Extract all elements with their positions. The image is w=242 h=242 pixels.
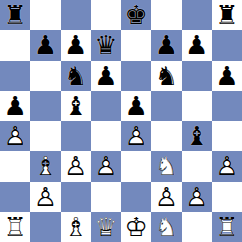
square-g2[interactable]: ♟♙ xyxy=(182,182,212,212)
square-d2[interactable] xyxy=(91,182,121,212)
black-bishop: ♝ xyxy=(182,121,212,151)
square-g8[interactable] xyxy=(182,0,212,30)
piece-glyph: ♘ xyxy=(151,151,181,181)
piece-glyph: ♙ xyxy=(30,182,60,212)
white-pawn: ♟♙ xyxy=(151,182,181,212)
square-e4[interactable]: ♟♙ xyxy=(121,121,151,151)
square-d7[interactable]: ♛ xyxy=(91,30,121,60)
square-b7[interactable]: ♟ xyxy=(30,30,60,60)
square-h3[interactable]: ♟♙ xyxy=(212,151,242,181)
piece-glyph: ♖ xyxy=(0,212,30,242)
black-bishop: ♝ xyxy=(61,91,91,121)
white-king: ♚♔ xyxy=(121,212,151,242)
square-g4[interactable]: ♝ xyxy=(182,121,212,151)
piece-glyph: ♙ xyxy=(151,182,181,212)
white-pawn: ♟♙ xyxy=(121,121,151,151)
piece-glyph: ♖ xyxy=(212,212,242,242)
square-e3[interactable] xyxy=(121,151,151,181)
black-queen: ♛ xyxy=(91,30,121,60)
square-c3[interactable]: ♟♙ xyxy=(61,151,91,181)
square-g5[interactable] xyxy=(182,91,212,121)
black-pawn: ♟ xyxy=(61,30,91,60)
black-king: ♚ xyxy=(121,0,151,30)
square-f5[interactable] xyxy=(151,91,181,121)
square-c1[interactable]: ♝♗ xyxy=(61,212,91,242)
piece-glyph: ♙ xyxy=(182,182,212,212)
square-f8[interactable] xyxy=(151,0,181,30)
square-b4[interactable] xyxy=(30,121,60,151)
chess-board: ♜♚♜♟♟♛♟♟♞♟♞♟♟♝♟♟♙♟♙♝♝♗♟♙♟♙♞♘♟♙♟♙♟♙♟♙♜♖♝♗… xyxy=(0,0,242,242)
piece-glyph: ♛ xyxy=(91,30,121,60)
square-f4[interactable] xyxy=(151,121,181,151)
square-e7[interactable] xyxy=(121,30,151,60)
square-f3[interactable]: ♞♘ xyxy=(151,151,181,181)
square-b6[interactable] xyxy=(30,61,60,91)
square-h6[interactable]: ♟ xyxy=(212,61,242,91)
square-b5[interactable] xyxy=(30,91,60,121)
square-h4[interactable] xyxy=(212,121,242,151)
white-bishop: ♝♗ xyxy=(61,212,91,242)
square-g1[interactable] xyxy=(182,212,212,242)
square-c2[interactable] xyxy=(61,182,91,212)
white-pawn: ♟♙ xyxy=(30,182,60,212)
black-pawn: ♟ xyxy=(30,30,60,60)
piece-glyph: ♙ xyxy=(0,121,30,151)
black-knight: ♞ xyxy=(151,61,181,91)
piece-glyph: ♙ xyxy=(91,151,121,181)
piece-glyph: ♙ xyxy=(121,121,151,151)
square-g6[interactable] xyxy=(182,61,212,91)
piece-glyph: ♞ xyxy=(61,61,91,91)
white-knight: ♞♘ xyxy=(151,212,181,242)
square-a8[interactable]: ♜ xyxy=(0,0,30,30)
piece-glyph: ♟ xyxy=(91,61,121,91)
piece-glyph: ♟ xyxy=(121,91,151,121)
piece-glyph: ♝ xyxy=(182,121,212,151)
square-a2[interactable] xyxy=(0,182,30,212)
white-pawn: ♟♙ xyxy=(0,121,30,151)
square-d5[interactable] xyxy=(91,91,121,121)
white-rook: ♜♖ xyxy=(212,212,242,242)
square-d4[interactable] xyxy=(91,121,121,151)
square-d6[interactable]: ♟ xyxy=(91,61,121,91)
white-queen: ♛♕ xyxy=(91,212,121,242)
piece-glyph: ♕ xyxy=(91,212,121,242)
square-e5[interactable]: ♟ xyxy=(121,91,151,121)
white-bishop: ♝♗ xyxy=(30,151,60,181)
square-f2[interactable]: ♟♙ xyxy=(151,182,181,212)
square-c4[interactable] xyxy=(61,121,91,151)
piece-glyph: ♟ xyxy=(182,30,212,60)
white-pawn: ♟♙ xyxy=(182,182,212,212)
square-b1[interactable] xyxy=(30,212,60,242)
square-f6[interactable]: ♞ xyxy=(151,61,181,91)
square-f7[interactable]: ♟ xyxy=(151,30,181,60)
square-a5[interactable]: ♟ xyxy=(0,91,30,121)
square-a3[interactable] xyxy=(0,151,30,181)
piece-glyph: ♜ xyxy=(212,0,242,30)
square-b2[interactable]: ♟♙ xyxy=(30,182,60,212)
black-pawn: ♟ xyxy=(0,91,30,121)
piece-glyph: ♗ xyxy=(61,212,91,242)
square-c8[interactable] xyxy=(61,0,91,30)
square-c5[interactable]: ♝ xyxy=(61,91,91,121)
white-pawn: ♟♙ xyxy=(91,151,121,181)
black-pawn: ♟ xyxy=(151,30,181,60)
square-d8[interactable] xyxy=(91,0,121,30)
square-h7[interactable] xyxy=(212,30,242,60)
square-a7[interactable] xyxy=(0,30,30,60)
piece-glyph: ♟ xyxy=(61,30,91,60)
piece-glyph: ♟ xyxy=(151,30,181,60)
piece-glyph: ♙ xyxy=(212,151,242,181)
piece-glyph: ♔ xyxy=(121,212,151,242)
piece-glyph: ♚ xyxy=(121,0,151,30)
black-rook: ♜ xyxy=(212,0,242,30)
square-a6[interactable] xyxy=(0,61,30,91)
white-rook: ♜♖ xyxy=(0,212,30,242)
square-g7[interactable]: ♟ xyxy=(182,30,212,60)
piece-glyph: ♗ xyxy=(30,151,60,181)
white-pawn: ♟♙ xyxy=(61,151,91,181)
square-c7[interactable]: ♟ xyxy=(61,30,91,60)
white-pawn: ♟♙ xyxy=(212,151,242,181)
piece-glyph: ♟ xyxy=(0,91,30,121)
square-c6[interactable]: ♞ xyxy=(61,61,91,91)
piece-glyph: ♟ xyxy=(30,30,60,60)
piece-glyph: ♞ xyxy=(151,61,181,91)
square-b3[interactable]: ♝♗ xyxy=(30,151,60,181)
square-d1[interactable]: ♛♕ xyxy=(91,212,121,242)
square-h8[interactable]: ♜ xyxy=(212,0,242,30)
square-a1[interactable]: ♜♖ xyxy=(0,212,30,242)
black-knight: ♞ xyxy=(61,61,91,91)
black-pawn: ♟ xyxy=(121,91,151,121)
piece-glyph: ♙ xyxy=(61,151,91,181)
square-g3[interactable] xyxy=(182,151,212,181)
square-e8[interactable]: ♚ xyxy=(121,0,151,30)
black-pawn: ♟ xyxy=(91,61,121,91)
square-d3[interactable]: ♟♙ xyxy=(91,151,121,181)
piece-glyph: ♟ xyxy=(212,61,242,91)
square-h5[interactable] xyxy=(212,91,242,121)
black-rook: ♜ xyxy=(0,0,30,30)
piece-glyph: ♜ xyxy=(0,0,30,30)
piece-glyph: ♝ xyxy=(61,91,91,121)
square-e1[interactable]: ♚♔ xyxy=(121,212,151,242)
black-pawn: ♟ xyxy=(212,61,242,91)
square-b8[interactable] xyxy=(30,0,60,30)
square-e6[interactable] xyxy=(121,61,151,91)
square-h2[interactable] xyxy=(212,182,242,212)
white-knight: ♞♘ xyxy=(151,151,181,181)
square-e2[interactable] xyxy=(121,182,151,212)
piece-glyph: ♘ xyxy=(151,212,181,242)
square-f1[interactable]: ♞♘ xyxy=(151,212,181,242)
black-pawn: ♟ xyxy=(182,30,212,60)
square-a4[interactable]: ♟♙ xyxy=(0,121,30,151)
square-h1[interactable]: ♜♖ xyxy=(212,212,242,242)
